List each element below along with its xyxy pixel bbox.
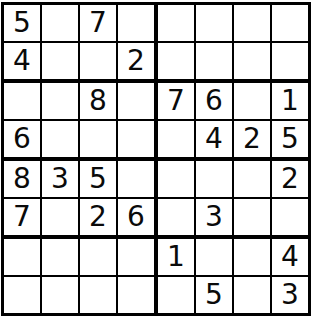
cell-r5c1[interactable]: 8 — [4, 161, 42, 199]
cell-r6c1[interactable]: 7 — [4, 199, 42, 239]
cell-r5c8[interactable]: 2 — [272, 161, 308, 199]
cell-r4c5[interactable] — [158, 121, 196, 161]
cell-r7c4[interactable] — [118, 239, 158, 277]
cell-r5c4[interactable] — [118, 161, 158, 199]
cell-r3c7[interactable] — [234, 83, 272, 121]
cell-r7c7[interactable] — [234, 239, 272, 277]
cell-r4c7[interactable]: 2 — [234, 121, 272, 161]
cell-r3c5[interactable]: 7 — [158, 83, 196, 121]
cell-r8c1[interactable] — [4, 277, 42, 313]
cell-r2c6[interactable] — [196, 43, 234, 83]
cell-r6c6[interactable]: 3 — [196, 199, 234, 239]
cell-r6c4[interactable]: 6 — [118, 199, 158, 239]
cell-r1c6[interactable] — [196, 5, 234, 43]
cell-r8c5[interactable] — [158, 277, 196, 313]
cell-r5c7[interactable] — [234, 161, 272, 199]
cell-r8c4[interactable] — [118, 277, 158, 313]
cell-r5c2[interactable]: 3 — [42, 161, 80, 199]
cell-r3c2[interactable] — [42, 83, 80, 121]
cell-r7c6[interactable] — [196, 239, 234, 277]
cell-r4c2[interactable] — [42, 121, 80, 161]
cell-r3c3[interactable]: 8 — [80, 83, 118, 121]
cell-r2c3[interactable] — [80, 43, 118, 83]
cell-r8c7[interactable] — [234, 277, 272, 313]
cell-r8c3[interactable] — [80, 277, 118, 313]
cell-r4c3[interactable] — [80, 121, 118, 161]
cell-r1c3[interactable]: 7 — [80, 5, 118, 43]
cell-r7c5[interactable]: 1 — [158, 239, 196, 277]
cell-r6c5[interactable] — [158, 199, 196, 239]
cell-r5c6[interactable] — [196, 161, 234, 199]
cell-r6c7[interactable] — [234, 199, 272, 239]
cell-r3c1[interactable] — [4, 83, 42, 121]
cell-r4c6[interactable]: 4 — [196, 121, 234, 161]
cell-r7c1[interactable] — [4, 239, 42, 277]
cell-r1c8[interactable] — [272, 5, 308, 43]
cell-r3c4[interactable] — [118, 83, 158, 121]
cell-r5c5[interactable] — [158, 161, 196, 199]
cell-r4c4[interactable] — [118, 121, 158, 161]
cell-r2c4[interactable]: 2 — [118, 43, 158, 83]
cell-r2c1[interactable]: 4 — [4, 43, 42, 83]
cell-r1c5[interactable] — [158, 5, 196, 43]
cell-r1c2[interactable] — [42, 5, 80, 43]
cell-r8c2[interactable] — [42, 277, 80, 313]
cell-r3c8[interactable]: 1 — [272, 83, 308, 121]
cell-r2c8[interactable] — [272, 43, 308, 83]
cell-r8c8[interactable]: 3 — [272, 277, 308, 313]
cell-r2c5[interactable] — [158, 43, 196, 83]
cell-r2c2[interactable] — [42, 43, 80, 83]
cell-r5c3[interactable]: 5 — [80, 161, 118, 199]
cell-r4c8[interactable]: 5 — [272, 121, 308, 161]
cell-r6c2[interactable] — [42, 199, 80, 239]
cell-r4c1[interactable]: 6 — [4, 121, 42, 161]
cell-r7c8[interactable]: 4 — [272, 239, 308, 277]
cell-r8c6[interactable]: 5 — [196, 277, 234, 313]
cell-r3c6[interactable]: 6 — [196, 83, 234, 121]
cell-r7c3[interactable] — [80, 239, 118, 277]
sudoku-board: 574287616425835272631453 — [1, 2, 311, 316]
cell-r1c4[interactable] — [118, 5, 158, 43]
cell-r6c3[interactable]: 2 — [80, 199, 118, 239]
cell-r1c1[interactable]: 5 — [4, 5, 42, 43]
cell-r2c7[interactable] — [234, 43, 272, 83]
cell-r1c7[interactable] — [234, 5, 272, 43]
cell-r6c8[interactable] — [272, 199, 308, 239]
cell-r7c2[interactable] — [42, 239, 80, 277]
